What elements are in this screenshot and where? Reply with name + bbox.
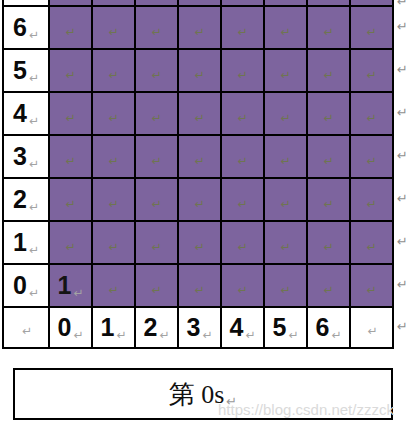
cell-r0c1: ↵ — [93, 265, 134, 306]
cell-r5c5: ↵ — [265, 50, 306, 91]
col-label-text: 4 — [230, 315, 244, 340]
caption-text: 第 0s — [169, 377, 225, 412]
cell-r0c3: ↵ — [179, 265, 220, 306]
paragraph-mark-icon: ↵ — [280, 112, 290, 124]
cell-r4c4: ↵ — [222, 93, 263, 134]
cell-r6c2: ↵ — [136, 7, 177, 48]
paragraph-mark-icon: ↵ — [65, 69, 75, 81]
end-of-row-mark-8: ↵ — [397, 320, 408, 333]
paragraph-mark-icon: ↵ — [323, 112, 333, 124]
cell-r3c6: ↵ — [308, 136, 349, 177]
paragraph-mark-icon: ↵ — [331, 329, 341, 341]
cell-r0c6: ↵ — [308, 265, 349, 306]
cell-value: 1 — [58, 273, 72, 298]
paragraph-mark-icon: ↵ — [151, 26, 161, 38]
cell-partial-c1 — [93, 0, 134, 5]
row-label-text: 5 — [13, 58, 27, 83]
paragraph-mark-icon: ↵ — [29, 244, 39, 256]
end-of-row-mark-2: ↵ — [397, 63, 408, 76]
cell-partial-label — [4, 0, 48, 5]
col-label-text: 0 — [58, 315, 72, 340]
paragraph-mark-icon: ↵ — [73, 329, 83, 341]
col-label-text: 1 — [101, 315, 115, 340]
paragraph-mark-icon: ↵ — [323, 26, 333, 38]
cell-r3c4: ↵ — [222, 136, 263, 177]
paragraph-mark-icon: ↵ — [280, 155, 290, 167]
paragraph-mark-icon: ↵ — [108, 112, 118, 124]
end-of-row-mark-5: ↵ — [397, 192, 408, 205]
paragraph-mark-icon: ↵ — [151, 198, 161, 210]
col-label-empty-left: ↵ — [4, 308, 48, 347]
cell-r4c6: ↵ — [308, 93, 349, 134]
paragraph-mark-icon: ↵ — [151, 241, 161, 253]
cell-r6c6: ↵ — [308, 7, 349, 48]
paragraph-mark-icon: ↵ — [280, 69, 290, 81]
end-of-row-mark-0: ↵ — [397, 0, 408, 8]
col-label-0: 0↵ — [50, 308, 91, 347]
cell-r6c7: ↵ — [351, 7, 392, 48]
paragraph-mark-icon: ↵ — [108, 155, 118, 167]
paragraph-mark-icon: ↵ — [237, 241, 247, 253]
paragraph-mark-icon: ↵ — [29, 72, 39, 84]
paragraph-mark-icon: ↵ — [237, 26, 247, 38]
paragraph-mark-icon: ↵ — [202, 329, 212, 341]
cell-partial-c0 — [50, 0, 91, 5]
cell-r2c1: ↵ — [93, 179, 134, 220]
paragraph-mark-icon: ↵ — [367, 325, 377, 337]
paragraph-mark-icon: ↵ — [280, 284, 290, 296]
row-label-3: 3↵ — [4, 136, 48, 177]
col-label-empty-right: ↵ — [351, 308, 392, 347]
cell-r3c3: ↵ — [179, 136, 220, 177]
cell-r2c6: ↵ — [308, 179, 349, 220]
paragraph-mark-icon: ↵ — [65, 241, 75, 253]
paragraph-mark-icon: ↵ — [108, 26, 118, 38]
cell-r3c1: ↵ — [93, 136, 134, 177]
paragraph-mark-icon: ↵ — [237, 284, 247, 296]
paragraph-mark-icon: ↵ — [108, 69, 118, 81]
cell-r6c3: ↵ — [179, 7, 220, 48]
cell-r2c3: ↵ — [179, 179, 220, 220]
cell-r3c0: ↵ — [50, 136, 91, 177]
end-of-row-mark-6: ↵ — [397, 235, 408, 248]
cell-r4c5: ↵ — [265, 93, 306, 134]
cell-partial-c6 — [308, 0, 349, 5]
cell-r0c5: ↵ — [265, 265, 306, 306]
row-label-0: 0↵ — [4, 265, 48, 306]
paragraph-mark-icon: ↵ — [151, 69, 161, 81]
paragraph-mark-icon: ↵ — [73, 287, 83, 299]
paragraph-mark-icon: ↵ — [29, 29, 39, 41]
cell-r5c2: ↵ — [136, 50, 177, 91]
paragraph-mark-icon: ↵ — [29, 115, 39, 127]
paragraph-mark-icon: ↵ — [194, 284, 204, 296]
paragraph-mark-icon: ↵ — [237, 69, 247, 81]
cell-r1c6: ↵ — [308, 222, 349, 263]
cell-r5c0: ↵ — [50, 50, 91, 91]
paragraph-mark-icon: ↵ — [245, 329, 255, 341]
cell-r0c7: ↵ — [351, 265, 392, 306]
paragraph-mark-icon: ↵ — [366, 198, 376, 210]
paragraph-mark-icon: ↵ — [194, 26, 204, 38]
row-label-1: 1↵ — [4, 222, 48, 263]
row-label-text: 0 — [13, 273, 27, 298]
cell-r2c0: ↵ — [50, 179, 91, 220]
paragraph-mark-icon: ↵ — [323, 155, 333, 167]
paragraph-mark-icon: ↵ — [280, 241, 290, 253]
end-of-row-mark-7: ↵ — [397, 278, 408, 291]
cell-r5c6: ↵ — [308, 50, 349, 91]
paragraph-mark-icon: ↵ — [323, 198, 333, 210]
paragraph-mark-icon: ↵ — [194, 112, 204, 124]
col-label-5: 5↵ — [265, 308, 306, 347]
paragraph-mark-icon: ↵ — [280, 198, 290, 210]
cell-r0c0: 1↵ — [50, 265, 91, 306]
cell-r3c5: ↵ — [265, 136, 306, 177]
cell-partial-c2 — [136, 0, 177, 5]
cell-r4c1: ↵ — [93, 93, 134, 134]
paragraph-mark-icon: ↵ — [151, 112, 161, 124]
paragraph-mark-icon: ↵ — [323, 284, 333, 296]
document-page: { "game": "grid board time-step diagram … — [0, 0, 408, 427]
cell-r5c4: ↵ — [222, 50, 263, 91]
cell-r4c2: ↵ — [136, 93, 177, 134]
paragraph-mark-icon: ↵ — [108, 284, 118, 296]
row-label-text: 1 — [13, 230, 27, 255]
paragraph-mark-icon: ↵ — [65, 198, 75, 210]
col-label-3: 3↵ — [179, 308, 220, 347]
col-label-text: 2 — [144, 315, 158, 340]
cell-r1c0: ↵ — [50, 222, 91, 263]
cell-r5c7: ↵ — [351, 50, 392, 91]
cell-r5c3: ↵ — [179, 50, 220, 91]
paragraph-mark-icon: ↵ — [237, 198, 247, 210]
cell-r2c7: ↵ — [351, 179, 392, 220]
paragraph-mark-icon: ↵ — [194, 69, 204, 81]
paragraph-mark-icon: ↵ — [108, 198, 118, 210]
cell-r2c4: ↵ — [222, 179, 263, 220]
col-label-text: 5 — [273, 315, 287, 340]
cell-r0c2: ↵ — [136, 265, 177, 306]
row-label-text: 2 — [13, 187, 27, 212]
col-label-text: 6 — [316, 315, 330, 340]
paragraph-mark-icon: ↵ — [366, 241, 376, 253]
cell-r3c2: ↵ — [136, 136, 177, 177]
paragraph-mark-icon: ↵ — [108, 241, 118, 253]
col-label-4: 4↵ — [222, 308, 263, 347]
paragraph-mark-icon: ↵ — [151, 284, 161, 296]
cell-partial-c4 — [222, 0, 263, 5]
cell-partial-c5 — [265, 0, 306, 5]
paragraph-mark-icon: ↵ — [366, 69, 376, 81]
paragraph-mark-icon: ↵ — [65, 26, 75, 38]
cell-r1c4: ↵ — [222, 222, 263, 263]
cell-r6c0: ↵ — [50, 7, 91, 48]
paragraph-mark-icon: ↵ — [323, 241, 333, 253]
cell-r2c2: ↵ — [136, 179, 177, 220]
col-label-text: 3 — [187, 315, 201, 340]
end-of-row-mark-4: ↵ — [397, 149, 408, 162]
cell-r1c5: ↵ — [265, 222, 306, 263]
cell-r4c7: ↵ — [351, 93, 392, 134]
cell-r6c5: ↵ — [265, 7, 306, 48]
paragraph-mark-icon: ↵ — [288, 329, 298, 341]
paragraph-mark-icon: ↵ — [29, 158, 39, 170]
paragraph-mark-icon: ↵ — [194, 241, 204, 253]
cell-r6c4: ↵ — [222, 7, 263, 48]
board-grid: 6↵↵↵↵↵↵↵↵↵5↵↵↵↵↵↵↵↵↵4↵↵↵↵↵↵↵↵↵3↵↵↵↵↵↵↵↵↵… — [2, 0, 394, 349]
paragraph-mark-icon: ↵ — [366, 112, 376, 124]
cell-r2c5: ↵ — [265, 179, 306, 220]
paragraph-mark-icon: ↵ — [280, 26, 290, 38]
row-label-text: 4 — [13, 101, 27, 126]
col-label-1: 1↵ — [93, 308, 134, 347]
paragraph-mark-icon: ↵ — [65, 155, 75, 167]
paragraph-mark-icon: ↵ — [29, 287, 39, 299]
paragraph-mark-icon: ↵ — [29, 201, 39, 213]
paragraph-mark-icon: ↵ — [323, 69, 333, 81]
cell-r4c0: ↵ — [50, 93, 91, 134]
paragraph-mark-icon: ↵ — [194, 198, 204, 210]
paragraph-mark-icon: ↵ — [237, 155, 247, 167]
row-label-2: 2↵ — [4, 179, 48, 220]
paragraph-mark-icon: ↵ — [22, 325, 32, 337]
paragraph-mark-icon: ↵ — [194, 155, 204, 167]
cell-r1c7: ↵ — [351, 222, 392, 263]
cell-r3c7: ↵ — [351, 136, 392, 177]
row-label-text: 3 — [13, 144, 27, 169]
paragraph-mark-icon: ↵ — [116, 329, 126, 341]
row-label-text: 6 — [13, 15, 27, 40]
cell-r0c4: ↵ — [222, 265, 263, 306]
paragraph-mark-icon: ↵ — [159, 329, 169, 341]
end-of-row-mark-1: ↵ — [397, 20, 408, 33]
cell-partial-c3 — [179, 0, 220, 5]
paragraph-mark-icon: ↵ — [366, 284, 376, 296]
cell-r1c1: ↵ — [93, 222, 134, 263]
paragraph-mark-icon: ↵ — [366, 155, 376, 167]
row-label-5: 5↵ — [4, 50, 48, 91]
paragraph-mark-icon: ↵ — [65, 112, 75, 124]
col-label-6: 6↵ — [308, 308, 349, 347]
cell-r5c1: ↵ — [93, 50, 134, 91]
cell-r1c2: ↵ — [136, 222, 177, 263]
cell-r6c1: ↵ — [93, 7, 134, 48]
cell-r1c3: ↵ — [179, 222, 220, 263]
end-of-row-mark-3: ↵ — [397, 106, 408, 119]
paragraph-mark-icon: ↵ — [237, 112, 247, 124]
cell-r4c3: ↵ — [179, 93, 220, 134]
row-label-4: 4↵ — [4, 93, 48, 134]
cell-partial-c7 — [351, 0, 392, 5]
row-label-6: 6↵ — [4, 7, 48, 48]
paragraph-mark-icon: ↵ — [366, 26, 376, 38]
paragraph-mark-icon: ↵ — [151, 155, 161, 167]
col-label-2: 2↵ — [136, 308, 177, 347]
watermark-url: https://blog.csdn.net/zzzck — [218, 401, 394, 418]
